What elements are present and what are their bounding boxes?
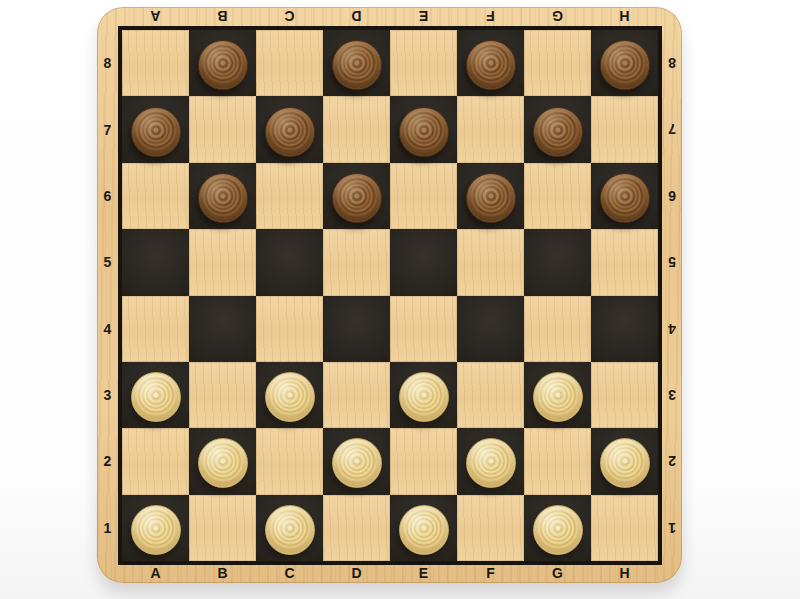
dark-checker-f8[interactable] bbox=[466, 40, 516, 90]
file-label-top-d: D bbox=[323, 7, 390, 26]
light-checker-c3[interactable] bbox=[265, 372, 315, 422]
dark-checker-f6[interactable] bbox=[466, 173, 516, 223]
square-c6[interactable] bbox=[256, 163, 323, 229]
rank-label-left-2: 2 bbox=[97, 428, 118, 494]
dark-checker-d8[interactable] bbox=[332, 40, 382, 90]
square-e1[interactable] bbox=[390, 495, 457, 561]
file-label-bottom-g: G bbox=[524, 565, 591, 583]
rank-label-right-3: 3 bbox=[662, 362, 682, 428]
rank-label-right-8: 8 bbox=[662, 30, 682, 96]
squares-grid bbox=[122, 30, 658, 561]
square-c5[interactable] bbox=[256, 229, 323, 295]
square-g6[interactable] bbox=[524, 163, 591, 229]
square-a8[interactable] bbox=[122, 30, 189, 96]
file-label-bottom-h: H bbox=[591, 565, 658, 583]
square-a6[interactable] bbox=[122, 163, 189, 229]
light-checker-f2[interactable] bbox=[466, 438, 516, 488]
file-labels-top: ABCDEFGH bbox=[122, 7, 658, 26]
square-h6[interactable] bbox=[591, 163, 658, 229]
square-d5[interactable] bbox=[323, 229, 390, 295]
dark-checker-b6[interactable] bbox=[198, 173, 248, 223]
dark-checker-e7[interactable] bbox=[399, 107, 449, 157]
square-g7[interactable] bbox=[524, 96, 591, 162]
dark-checker-h6[interactable] bbox=[600, 173, 650, 223]
photo-background: ABCDEFGH ABCDEFGH 87654321 87654321 bbox=[0, 0, 800, 599]
file-label-bottom-c: C bbox=[256, 565, 323, 583]
square-f1[interactable] bbox=[457, 495, 524, 561]
file-label-top-h: H bbox=[591, 7, 658, 26]
square-f2[interactable] bbox=[457, 428, 524, 494]
rank-label-right-2: 2 bbox=[662, 428, 682, 494]
square-b4[interactable] bbox=[189, 296, 256, 362]
square-h4[interactable] bbox=[591, 296, 658, 362]
square-d6[interactable] bbox=[323, 163, 390, 229]
square-g3[interactable] bbox=[524, 362, 591, 428]
square-g4[interactable] bbox=[524, 296, 591, 362]
file-label-bottom-f: F bbox=[457, 565, 524, 583]
square-d4[interactable] bbox=[323, 296, 390, 362]
square-e8[interactable] bbox=[390, 30, 457, 96]
square-b2[interactable] bbox=[189, 428, 256, 494]
square-e7[interactable] bbox=[390, 96, 457, 162]
light-checker-e3[interactable] bbox=[399, 372, 449, 422]
square-b5[interactable] bbox=[189, 229, 256, 295]
square-c1[interactable] bbox=[256, 495, 323, 561]
square-a4[interactable] bbox=[122, 296, 189, 362]
square-h8[interactable] bbox=[591, 30, 658, 96]
square-c2[interactable] bbox=[256, 428, 323, 494]
square-e5[interactable] bbox=[390, 229, 457, 295]
dark-checker-g7[interactable] bbox=[533, 107, 583, 157]
rank-label-left-3: 3 bbox=[97, 362, 118, 428]
rank-label-right-4: 4 bbox=[662, 296, 682, 362]
square-f3[interactable] bbox=[457, 362, 524, 428]
file-label-bottom-d: D bbox=[323, 565, 390, 583]
square-c4[interactable] bbox=[256, 296, 323, 362]
square-d3[interactable] bbox=[323, 362, 390, 428]
square-b6[interactable] bbox=[189, 163, 256, 229]
square-a2[interactable] bbox=[122, 428, 189, 494]
square-e4[interactable] bbox=[390, 296, 457, 362]
rank-label-left-7: 7 bbox=[97, 96, 118, 162]
dark-checker-b8[interactable] bbox=[198, 40, 248, 90]
light-checker-b2[interactable] bbox=[198, 438, 248, 488]
square-c8[interactable] bbox=[256, 30, 323, 96]
checkers-board: ABCDEFGH ABCDEFGH 87654321 87654321 bbox=[97, 7, 682, 583]
rank-label-left-5: 5 bbox=[97, 229, 118, 295]
square-c3[interactable] bbox=[256, 362, 323, 428]
rank-labels-left: 87654321 bbox=[97, 30, 118, 561]
light-checker-h2[interactable] bbox=[600, 438, 650, 488]
square-c7[interactable] bbox=[256, 96, 323, 162]
square-h3[interactable] bbox=[591, 362, 658, 428]
dark-checker-c7[interactable] bbox=[265, 107, 315, 157]
square-d8[interactable] bbox=[323, 30, 390, 96]
file-label-bottom-b: B bbox=[189, 565, 256, 583]
file-label-top-f: F bbox=[457, 7, 524, 26]
square-a7[interactable] bbox=[122, 96, 189, 162]
square-g2[interactable] bbox=[524, 428, 591, 494]
dark-checker-h8[interactable] bbox=[600, 40, 650, 90]
rank-label-left-8: 8 bbox=[97, 30, 118, 96]
file-labels-bottom: ABCDEFGH bbox=[122, 565, 658, 583]
square-h2[interactable] bbox=[591, 428, 658, 494]
square-d1[interactable] bbox=[323, 495, 390, 561]
playing-field bbox=[118, 26, 662, 565]
square-b8[interactable] bbox=[189, 30, 256, 96]
square-b3[interactable] bbox=[189, 362, 256, 428]
dark-checker-d6[interactable] bbox=[332, 173, 382, 223]
file-label-bottom-a: A bbox=[122, 565, 189, 583]
square-f4[interactable] bbox=[457, 296, 524, 362]
square-a5[interactable] bbox=[122, 229, 189, 295]
square-e6[interactable] bbox=[390, 163, 457, 229]
rank-label-right-6: 6 bbox=[662, 163, 682, 229]
light-checker-c1[interactable] bbox=[265, 505, 315, 555]
square-e3[interactable] bbox=[390, 362, 457, 428]
square-e2[interactable] bbox=[390, 428, 457, 494]
square-d2[interactable] bbox=[323, 428, 390, 494]
rank-label-right-7: 7 bbox=[662, 96, 682, 162]
square-f8[interactable] bbox=[457, 30, 524, 96]
square-h5[interactable] bbox=[591, 229, 658, 295]
file-label-bottom-e: E bbox=[390, 565, 457, 583]
square-g1[interactable] bbox=[524, 495, 591, 561]
square-g8[interactable] bbox=[524, 30, 591, 96]
dark-checker-a7[interactable] bbox=[131, 107, 181, 157]
square-a1[interactable] bbox=[122, 495, 189, 561]
square-b7[interactable] bbox=[189, 96, 256, 162]
rank-label-left-4: 4 bbox=[97, 296, 118, 362]
square-h7[interactable] bbox=[591, 96, 658, 162]
rank-label-right-1: 1 bbox=[662, 495, 682, 561]
light-checker-g1[interactable] bbox=[533, 505, 583, 555]
light-checker-d2[interactable] bbox=[332, 438, 382, 488]
square-f7[interactable] bbox=[457, 96, 524, 162]
file-label-top-c: C bbox=[256, 7, 323, 26]
square-g5[interactable] bbox=[524, 229, 591, 295]
square-h1[interactable] bbox=[591, 495, 658, 561]
rank-label-right-5: 5 bbox=[662, 229, 682, 295]
rank-label-left-6: 6 bbox=[97, 163, 118, 229]
square-f5[interactable] bbox=[457, 229, 524, 295]
file-label-top-b: B bbox=[189, 7, 256, 26]
light-checker-a1[interactable] bbox=[131, 505, 181, 555]
light-checker-a3[interactable] bbox=[131, 372, 181, 422]
file-label-top-g: G bbox=[524, 7, 591, 26]
square-d7[interactable] bbox=[323, 96, 390, 162]
file-label-top-a: A bbox=[122, 7, 189, 26]
light-checker-e1[interactable] bbox=[399, 505, 449, 555]
square-f6[interactable] bbox=[457, 163, 524, 229]
square-a3[interactable] bbox=[122, 362, 189, 428]
rank-labels-right: 87654321 bbox=[662, 30, 682, 561]
light-checker-g3[interactable] bbox=[533, 372, 583, 422]
square-b1[interactable] bbox=[189, 495, 256, 561]
file-label-top-e: E bbox=[390, 7, 457, 26]
rank-label-left-1: 1 bbox=[97, 495, 118, 561]
